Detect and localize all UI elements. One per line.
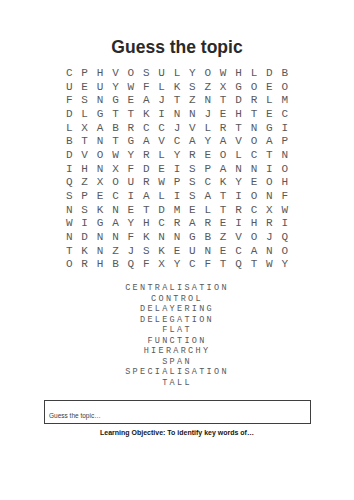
grid-cell-r5c12: T	[231, 121, 246, 135]
word-list-item: CENTRALISATION	[0, 283, 354, 294]
grid-cell-r11c6: T	[139, 203, 154, 217]
grid-cell-r3c7: J	[154, 93, 169, 107]
grid-cell-r9c13: E	[246, 176, 261, 190]
grid-cell-r15c13: T	[246, 258, 261, 272]
grid-cell-r1c13: L	[246, 66, 261, 80]
grid-cell-r1c7: U	[154, 66, 169, 80]
grid-cell-r14c8: E	[169, 244, 184, 258]
grid-cell-r6c6: A	[139, 134, 154, 148]
grid-cell-r13c4: N	[108, 230, 123, 244]
grid-cell-r14c3: N	[92, 244, 107, 258]
grid-cell-r8c2: H	[77, 162, 92, 176]
grid-cell-r14c15: O	[277, 244, 292, 258]
grid-cell-r4c12: H	[231, 107, 246, 121]
grid-cell-r1c5: O	[123, 66, 138, 80]
grid-cell-r4c11: E	[215, 107, 230, 121]
grid-cell-r15c9: C	[185, 258, 200, 272]
word-list-item: CONTROL	[0, 294, 354, 305]
grid-cell-r14c6: S	[139, 244, 154, 258]
word-list-item: TALL	[0, 378, 354, 389]
grid-cell-r7c13: C	[246, 148, 261, 162]
grid-cell-r15c14: W	[262, 258, 277, 272]
grid-cell-r3c3: N	[92, 93, 107, 107]
grid-cell-r7c10: E	[200, 148, 215, 162]
grid-cell-r15c11: T	[215, 258, 230, 272]
grid-cell-r3c1: F	[62, 93, 77, 107]
grid-cell-r6c8: C	[169, 134, 184, 148]
word-list-item: SPAN	[0, 357, 354, 368]
grid-cell-r10c7: L	[154, 189, 169, 203]
grid-cell-r12c15: I	[277, 217, 292, 231]
grid-cell-r1c6: S	[139, 66, 154, 80]
grid-cell-r13c12: V	[231, 230, 246, 244]
grid-cell-r14c13: A	[246, 244, 261, 258]
grid-cell-r11c3: K	[92, 203, 107, 217]
grid-cell-r10c14: N	[262, 189, 277, 203]
grid-cell-r8c1: I	[62, 162, 77, 176]
wordsearch-grid: CPHVOSULYOWHLDBUEUYWFLKSZXGOEOFSNGEAJTZN…	[0, 66, 354, 271]
grid-cell-r4c10: J	[200, 107, 215, 121]
grid-cell-r5c11: R	[215, 121, 230, 135]
grid-cell-r6c1: B	[62, 134, 77, 148]
grid-cell-r12c2: I	[77, 217, 92, 231]
grid-cell-r2c9: S	[185, 80, 200, 94]
grid-cell-r15c1: O	[62, 258, 77, 272]
grid-cell-r9c9: S	[185, 176, 200, 190]
grid-cell-r5c7: C	[154, 121, 169, 135]
grid-cell-r4c13: T	[246, 107, 261, 121]
grid-cell-r6c5: G	[123, 134, 138, 148]
grid-cell-r6c3: N	[92, 134, 107, 148]
grid-cell-r1c14: D	[262, 66, 277, 80]
grid-cell-r5c8: J	[169, 121, 184, 135]
grid-cell-r7c4: W	[108, 148, 123, 162]
grid-cell-r13c10: B	[200, 230, 215, 244]
grid-cell-r12c4: A	[108, 217, 123, 231]
grid-cell-r5c10: L	[200, 121, 215, 135]
grid-cell-r13c2: D	[77, 230, 92, 244]
grid-cell-r11c12: R	[231, 203, 246, 217]
grid-cell-r15c3: H	[92, 258, 107, 272]
grid-cell-r2c15: O	[277, 80, 292, 94]
grid-cell-r11c13: C	[246, 203, 261, 217]
grid-cell-r7c6: R	[139, 148, 154, 162]
grid-cell-r3c12: D	[231, 93, 246, 107]
grid-cell-r11c5: E	[123, 203, 138, 217]
grid-cell-r13c15: Q	[277, 230, 292, 244]
grid-cell-r4c7: I	[154, 107, 169, 121]
grid-cell-r12c11: E	[215, 217, 230, 231]
grid-cell-r11c7: D	[154, 203, 169, 217]
word-list-item: HIERARCHY	[0, 346, 354, 357]
grid-cell-r4c5: T	[123, 107, 138, 121]
grid-cell-r5c4: B	[108, 121, 123, 135]
grid-cell-r13c13: O	[246, 230, 261, 244]
grid-cell-r9c11: K	[215, 176, 230, 190]
grid-cell-r1c15: B	[277, 66, 292, 80]
grid-cell-r2c4: Y	[108, 80, 123, 94]
grid-cell-r5c2: X	[77, 121, 92, 135]
grid-cell-r8c5: F	[123, 162, 138, 176]
word-list-item: FLAT	[0, 325, 354, 336]
grid-cell-r1c4: V	[108, 66, 123, 80]
grid-cell-r6c15: P	[277, 134, 292, 148]
grid-cell-r4c4: T	[108, 107, 123, 121]
grid-cell-r3c11: T	[215, 93, 230, 107]
grid-cell-r4c9: N	[185, 107, 200, 121]
grid-cell-r5c3: A	[92, 121, 107, 135]
grid-cell-r15c10: F	[200, 258, 215, 272]
grid-cell-r12c14: R	[262, 217, 277, 231]
grid-cell-r4c1: D	[62, 107, 77, 121]
grid-cell-r1c3: H	[92, 66, 107, 80]
grid-cell-r3c5: E	[123, 93, 138, 107]
grid-cell-r10c12: I	[231, 189, 246, 203]
grid-cell-r9c12: Y	[231, 176, 246, 190]
grid-cell-r1c8: L	[169, 66, 184, 80]
grid-cell-r3c8: T	[169, 93, 184, 107]
grid-cell-r1c2: P	[77, 66, 92, 80]
grid-cell-r13c7: N	[154, 230, 169, 244]
grid-cell-r2c5: W	[123, 80, 138, 94]
grid-cell-r1c9: Y	[185, 66, 200, 80]
grid-cell-r6c14: A	[262, 134, 277, 148]
grid-cell-r5c5: R	[123, 121, 138, 135]
grid-cell-r7c2: V	[77, 148, 92, 162]
grid-cell-r8c7: E	[154, 162, 169, 176]
grid-cell-r12c5: Y	[123, 217, 138, 231]
grid-cell-r8c11: A	[215, 162, 230, 176]
grid-cell-r2c2: E	[77, 80, 92, 94]
grid-cell-r15c8: Y	[169, 258, 184, 272]
grid-cell-r5c6: C	[139, 121, 154, 135]
grid-cell-r12c13: H	[246, 217, 261, 231]
grid-cell-r7c11: O	[215, 148, 230, 162]
grid-cell-r12c3: G	[92, 217, 107, 231]
grid-cell-r8c3: N	[92, 162, 107, 176]
word-list-item: DELAYERING	[0, 304, 354, 315]
word-list-item: DELEGATION	[0, 315, 354, 326]
grid-cell-r8c10: P	[200, 162, 215, 176]
grid-cell-r15c5: Q	[123, 258, 138, 272]
grid-cell-r12c9: A	[185, 217, 200, 231]
grid-cell-r5c14: G	[262, 121, 277, 135]
grid-cell-r10c15: F	[277, 189, 292, 203]
grid-cell-r4c2: L	[77, 107, 92, 121]
page-title: Guess the topic	[0, 38, 354, 56]
grid-cell-r11c1: N	[62, 203, 77, 217]
answer-box-label: Guess the topic…	[49, 412, 101, 419]
grid-cell-r7c12: L	[231, 148, 246, 162]
grid-cell-r13c14: J	[262, 230, 277, 244]
grid-cell-r13c9: G	[185, 230, 200, 244]
grid-cell-r3c10: N	[200, 93, 215, 107]
grid-cell-r3c14: L	[262, 93, 277, 107]
grid-cell-r14c12: C	[231, 244, 246, 258]
grid-cell-r14c14: N	[262, 244, 277, 258]
grid-cell-r7c9: R	[185, 148, 200, 162]
grid-cell-r5c1: L	[62, 121, 77, 135]
grid-cell-r1c1: C	[62, 66, 77, 80]
grid-cell-r12c6: H	[139, 217, 154, 231]
grid-cell-r4c6: K	[139, 107, 154, 121]
grid-cell-r3c15: M	[277, 93, 292, 107]
grid-cell-r10c5: I	[123, 189, 138, 203]
grid-cell-r2c6: F	[139, 80, 154, 94]
grid-cell-r12c7: C	[154, 217, 169, 231]
grid-cell-r11c11: T	[215, 203, 230, 217]
grid-cell-r13c5: F	[123, 230, 138, 244]
grid-cell-r2c11: X	[215, 80, 230, 94]
grid-cell-r15c15: Y	[277, 258, 292, 272]
grid-cell-r9c5: U	[123, 176, 138, 190]
grid-cell-r10c9: S	[185, 189, 200, 203]
grid-cell-r4c8: N	[169, 107, 184, 121]
grid-cell-r9c6: R	[139, 176, 154, 190]
grid-cell-r10c6: A	[139, 189, 154, 203]
grid-cell-r2c7: L	[154, 80, 169, 94]
grid-cell-r7c1: D	[62, 148, 77, 162]
grid-cell-r14c1: T	[62, 244, 77, 258]
grid-cell-r6c10: Y	[200, 134, 215, 148]
grid-cell-r15c7: X	[154, 258, 169, 272]
grid-cell-r6c11: A	[215, 134, 230, 148]
grid-cell-r10c2: P	[77, 189, 92, 203]
word-list: CENTRALISATIONCONTROLDELAYERINGDELEGATIO…	[0, 283, 354, 388]
grid-cell-r8c8: I	[169, 162, 184, 176]
grid-cell-r11c10: L	[200, 203, 215, 217]
grid-cell-r6c9: A	[185, 134, 200, 148]
grid-cell-r8c6: D	[139, 162, 154, 176]
grid-cell-r11c8: M	[169, 203, 184, 217]
grid-cell-r9c7: W	[154, 176, 169, 190]
grid-cell-r13c3: N	[92, 230, 107, 244]
grid-cell-r5c9: V	[185, 121, 200, 135]
grid-cell-r14c2: K	[77, 244, 92, 258]
grid-cell-r7c8: Y	[169, 148, 184, 162]
grid-cell-r15c12: Q	[231, 258, 246, 272]
grid-cell-r13c1: N	[62, 230, 77, 244]
grid-cell-r10c4: C	[108, 189, 123, 203]
grid-cell-r8c14: I	[262, 162, 277, 176]
word-list-item: SPECIALISATION	[0, 367, 354, 378]
grid-cell-r15c2: R	[77, 258, 92, 272]
grid-cell-r9c1: Q	[62, 176, 77, 190]
grid-cell-r1c10: O	[200, 66, 215, 80]
grid-cell-r5c15: I	[277, 121, 292, 135]
grid-cell-r6c2: T	[77, 134, 92, 148]
grid-cell-r13c6: K	[139, 230, 154, 244]
grid-cell-r14c10: N	[200, 244, 215, 258]
grid-cell-r2c14: E	[262, 80, 277, 94]
grid-cell-r5c13: N	[246, 121, 261, 135]
grid-cell-r4c14: E	[262, 107, 277, 121]
grid-cell-r8c4: X	[108, 162, 123, 176]
grid-cell-r7c7: L	[154, 148, 169, 162]
grid-cell-r14c7: K	[154, 244, 169, 258]
word-list-item: FUNCTION	[0, 336, 354, 347]
grid-cell-r2c8: K	[169, 80, 184, 94]
grid-cell-r2c12: G	[231, 80, 246, 94]
grid-cell-r11c9: E	[185, 203, 200, 217]
grid-cell-r3c13: R	[246, 93, 261, 107]
grid-cell-r8c12: N	[231, 162, 246, 176]
grid-cell-r12c10: R	[200, 217, 215, 231]
grid-cell-r11c14: X	[262, 203, 277, 217]
grid-cell-r15c4: B	[108, 258, 123, 272]
grid-cell-r14c5: J	[123, 244, 138, 258]
grid-cell-r10c1: S	[62, 189, 77, 203]
grid-cell-r13c8: N	[169, 230, 184, 244]
grid-cell-r11c15: W	[277, 203, 292, 217]
grid-cell-r9c4: O	[108, 176, 123, 190]
grid-cell-r2c10: Z	[200, 80, 215, 94]
grid-cell-r12c1: W	[62, 217, 77, 231]
grid-cell-r9c2: Z	[77, 176, 92, 190]
learning-objective: Learning Objective: To identify key word…	[0, 429, 354, 436]
grid-cell-r12c12: I	[231, 217, 246, 231]
grid-cell-r11c2: S	[77, 203, 92, 217]
grid-cell-r9c14: O	[262, 176, 277, 190]
grid-cell-r7c14: T	[262, 148, 277, 162]
grid-cell-r6c13: O	[246, 134, 261, 148]
grid-cell-r13c11: Z	[215, 230, 230, 244]
grid-cell-r7c15: N	[277, 148, 292, 162]
grid-cell-r4c3: G	[92, 107, 107, 121]
grid-cell-r2c1: U	[62, 80, 77, 94]
grid-cell-r9c15: H	[277, 176, 292, 190]
grid-cell-r3c9: Z	[185, 93, 200, 107]
grid-cell-r2c3: U	[92, 80, 107, 94]
grid-cell-r3c2: S	[77, 93, 92, 107]
grid-cell-r7c3: O	[92, 148, 107, 162]
grid-cell-r11c4: N	[108, 203, 123, 217]
grid-cell-r14c4: Z	[108, 244, 123, 258]
grid-cell-r4c15: C	[277, 107, 292, 121]
grid-cell-r6c7: V	[154, 134, 169, 148]
grid-cell-r9c10: C	[200, 176, 215, 190]
grid-cell-r10c10: A	[200, 189, 215, 203]
grid-cell-r6c12: V	[231, 134, 246, 148]
grid-cell-r10c8: I	[169, 189, 184, 203]
grid-cell-r1c12: H	[231, 66, 246, 80]
grid-cell-r8c13: N	[246, 162, 261, 176]
grid-cell-r10c13: O	[246, 189, 261, 203]
grid-cell-r10c3: E	[92, 189, 107, 203]
grid-cell-r14c11: E	[215, 244, 230, 258]
worksheet-page: Guess the topic CPHVOSULYOWHLDBUEUYWFLKS…	[0, 0, 354, 500]
grid-cell-r8c9: S	[185, 162, 200, 176]
grid-cell-r2c13: O	[246, 80, 261, 94]
grid-cell-r12c8: R	[169, 217, 184, 231]
grid-cell-r15c6: F	[139, 258, 154, 272]
grid-cell-r9c3: X	[92, 176, 107, 190]
grid-cell-r7c5: Y	[123, 148, 138, 162]
grid-cell-r10c11: T	[215, 189, 230, 203]
grid-cell-r6c4: T	[108, 134, 123, 148]
grid-cell-r1c11: W	[215, 66, 230, 80]
grid-cell-r3c4: G	[108, 93, 123, 107]
grid-cell-r14c9: U	[185, 244, 200, 258]
grid-cell-r8c15: O	[277, 162, 292, 176]
answer-box[interactable]: Guess the topic…	[44, 400, 311, 424]
grid-cell-r9c8: P	[169, 176, 184, 190]
grid-cell-r3c6: A	[139, 93, 154, 107]
